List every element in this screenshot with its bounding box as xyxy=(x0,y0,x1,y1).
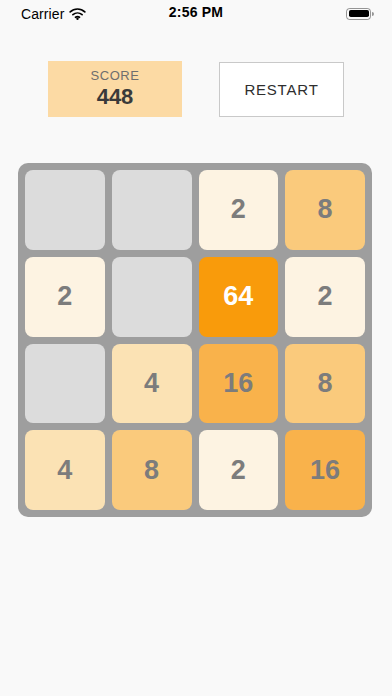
tile-4: 4 xyxy=(25,430,105,510)
status-right xyxy=(346,8,371,20)
empty-cell xyxy=(112,257,192,337)
tile-2: 2 xyxy=(199,430,279,510)
restart-button[interactable]: RESTART xyxy=(219,62,344,117)
tile-8: 8 xyxy=(285,170,365,250)
game-board[interactable]: 282642416848216 xyxy=(18,163,372,517)
tile-64: 64 xyxy=(199,257,279,337)
score-label: SCORE xyxy=(90,68,139,83)
wifi-icon xyxy=(69,8,86,20)
carrier-label: Carrier xyxy=(21,6,64,22)
screen: Carrier 2:56 PM SCORE 448 RESTART 282642… xyxy=(0,0,392,696)
tile-2: 2 xyxy=(285,257,365,337)
tile-2: 2 xyxy=(199,170,279,250)
status-left: Carrier xyxy=(21,6,86,22)
empty-cell xyxy=(112,170,192,250)
battery-nub xyxy=(372,12,375,16)
battery-icon xyxy=(346,8,371,20)
tile-2: 2 xyxy=(25,257,105,337)
tile-4: 4 xyxy=(112,344,192,424)
score-box: SCORE 448 xyxy=(48,61,182,117)
battery-fill xyxy=(349,10,369,17)
tile-16: 16 xyxy=(199,344,279,424)
empty-cell xyxy=(25,170,105,250)
clock: 2:56 PM xyxy=(169,4,223,20)
tile-16: 16 xyxy=(285,430,365,510)
empty-cell xyxy=(25,344,105,424)
tile-8: 8 xyxy=(285,344,365,424)
tile-8: 8 xyxy=(112,430,192,510)
score-value: 448 xyxy=(97,84,134,110)
status-bar: Carrier 2:56 PM xyxy=(0,0,392,25)
